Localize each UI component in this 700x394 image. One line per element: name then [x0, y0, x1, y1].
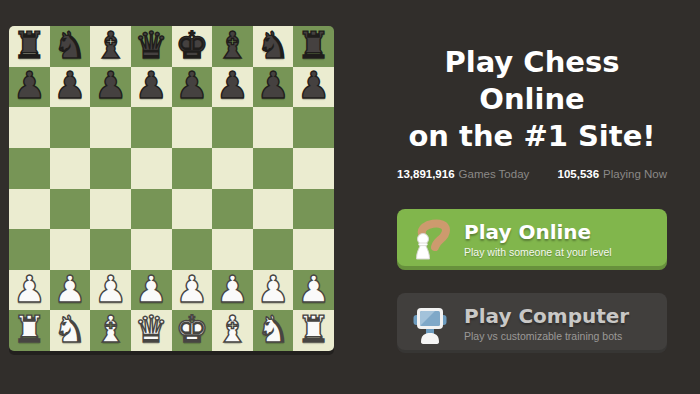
piece-black-king[interactable]: ♚ [175, 27, 208, 64]
play-computer-button[interactable]: Play Computer Play vs customizable train… [397, 293, 667, 353]
square-g1[interactable]: ♞ [253, 310, 294, 351]
square-f2[interactable]: ♟ [212, 270, 253, 311]
square-c6[interactable] [90, 107, 131, 148]
square-d6[interactable] [131, 107, 172, 148]
square-b6[interactable] [50, 107, 91, 148]
square-e6[interactable] [172, 107, 213, 148]
square-f5[interactable] [212, 148, 253, 189]
play-online-subtitle: Play with someone at your level [464, 246, 612, 258]
square-d5[interactable] [131, 148, 172, 189]
square-a6[interactable] [9, 107, 50, 148]
square-e5[interactable] [172, 148, 213, 189]
piece-white-bishop[interactable]: ♝ [94, 311, 127, 348]
piece-white-pawn[interactable]: ♟ [53, 271, 86, 308]
square-h5[interactable] [293, 148, 334, 189]
square-d8[interactable]: ♛ [131, 26, 172, 67]
square-b8[interactable]: ♞ [50, 26, 91, 67]
piece-white-pawn[interactable]: ♟ [297, 271, 330, 308]
piece-black-rook[interactable]: ♜ [13, 27, 46, 64]
piece-white-pawn[interactable]: ♟ [175, 271, 208, 308]
play-computer-title: Play Computer [464, 305, 629, 327]
piece-black-pawn[interactable]: ♟ [94, 67, 127, 104]
piece-white-knight[interactable]: ♞ [256, 311, 289, 348]
square-e8[interactable]: ♚ [172, 26, 213, 67]
challenge-pawn-icon [410, 218, 450, 262]
piece-black-bishop[interactable]: ♝ [216, 27, 249, 64]
title-line-2: Online [479, 82, 585, 116]
piece-white-knight[interactable]: ♞ [53, 311, 86, 348]
square-e7[interactable]: ♟ [172, 67, 213, 108]
games-today-label: Games Today [459, 168, 530, 180]
page-title: Play Chess Online on the #1 Site! [372, 44, 692, 155]
square-b3[interactable] [50, 229, 91, 270]
square-a8[interactable]: ♜ [9, 26, 50, 67]
square-f7[interactable]: ♟ [212, 67, 253, 108]
title-line-1: Play Chess [445, 45, 620, 79]
piece-white-queen[interactable]: ♛ [135, 311, 168, 348]
square-g2[interactable]: ♟ [253, 270, 294, 311]
games-today-stat: 13,891,916 Games Today [397, 168, 529, 180]
square-g4[interactable] [253, 189, 294, 230]
square-c8[interactable]: ♝ [90, 26, 131, 67]
chess-board[interactable]: ♜♞♝♛♚♝♞♜♟♟♟♟♟♟♟♟♟♟♟♟♟♟♟♟♜♞♝♛♚♝♞♜ [9, 26, 334, 351]
piece-white-pawn[interactable]: ♟ [256, 271, 289, 308]
piece-white-pawn[interactable]: ♟ [94, 271, 127, 308]
piece-black-pawn[interactable]: ♟ [216, 67, 249, 104]
square-c3[interactable] [90, 229, 131, 270]
square-g5[interactable] [253, 148, 294, 189]
square-h2[interactable]: ♟ [293, 270, 334, 311]
square-a5[interactable] [9, 148, 50, 189]
square-h3[interactable] [293, 229, 334, 270]
piece-black-bishop[interactable]: ♝ [94, 27, 127, 64]
square-h1[interactable]: ♜ [293, 310, 334, 351]
square-f8[interactable]: ♝ [212, 26, 253, 67]
square-f4[interactable] [212, 189, 253, 230]
piece-white-pawn[interactable]: ♟ [135, 271, 168, 308]
square-f1[interactable]: ♝ [212, 310, 253, 351]
square-b5[interactable] [50, 148, 91, 189]
playing-now-count: 105,536 [558, 168, 600, 180]
square-c4[interactable] [90, 189, 131, 230]
square-h7[interactable]: ♟ [293, 67, 334, 108]
piece-black-rook[interactable]: ♜ [297, 27, 330, 64]
square-c7[interactable]: ♟ [90, 67, 131, 108]
square-a1[interactable]: ♜ [9, 310, 50, 351]
square-f3[interactable] [212, 229, 253, 270]
piece-white-rook[interactable]: ♜ [297, 311, 330, 348]
square-e2[interactable]: ♟ [172, 270, 213, 311]
square-e1[interactable]: ♚ [172, 310, 213, 351]
square-h6[interactable] [293, 107, 334, 148]
stats-row: 13,891,916 Games Today 105,536 Playing N… [397, 168, 667, 180]
hero-panel: Play Chess Online on the #1 Site! 13,891… [397, 0, 667, 353]
square-g8[interactable]: ♞ [253, 26, 294, 67]
square-a7[interactable]: ♟ [9, 67, 50, 108]
piece-white-king[interactable]: ♚ [175, 311, 208, 348]
title-line-3: on the #1 Site! [408, 119, 655, 153]
square-e4[interactable] [172, 189, 213, 230]
square-a3[interactable] [9, 229, 50, 270]
piece-black-pawn[interactable]: ♟ [53, 67, 86, 104]
play-online-title: Play Online [464, 221, 612, 243]
square-a4[interactable] [9, 189, 50, 230]
square-a2[interactable]: ♟ [9, 270, 50, 311]
square-c1[interactable]: ♝ [90, 310, 131, 351]
piece-black-pawn[interactable]: ♟ [13, 67, 46, 104]
piece-black-pawn[interactable]: ♟ [175, 67, 208, 104]
piece-black-knight[interactable]: ♞ [256, 27, 289, 64]
square-h4[interactable] [293, 189, 334, 230]
square-g3[interactable] [253, 229, 294, 270]
play-computer-subtitle: Play vs customizable training bots [464, 330, 629, 342]
piece-black-pawn[interactable]: ♟ [135, 67, 168, 104]
square-d7[interactable]: ♟ [131, 67, 172, 108]
piece-white-rook[interactable]: ♜ [13, 311, 46, 348]
square-g6[interactable] [253, 107, 294, 148]
square-b2[interactable]: ♟ [50, 270, 91, 311]
square-d3[interactable] [131, 229, 172, 270]
piece-white-pawn[interactable]: ♟ [216, 271, 249, 308]
square-b4[interactable] [50, 189, 91, 230]
square-h8[interactable]: ♜ [293, 26, 334, 67]
piece-black-queen[interactable]: ♛ [135, 27, 168, 64]
piece-white-pawn[interactable]: ♟ [13, 271, 46, 308]
square-d1[interactable]: ♛ [131, 310, 172, 351]
square-b1[interactable]: ♞ [50, 310, 91, 351]
piece-white-bishop[interactable]: ♝ [216, 311, 249, 348]
square-f6[interactable] [212, 107, 253, 148]
playing-now-stat: 105,536 Playing Now [558, 168, 668, 180]
piece-black-pawn[interactable]: ♟ [297, 67, 330, 104]
games-today-count: 13,891,916 [397, 168, 455, 180]
playing-now-label: Playing Now [603, 168, 667, 180]
piece-black-pawn[interactable]: ♟ [256, 67, 289, 104]
square-c2[interactable]: ♟ [90, 270, 131, 311]
square-e3[interactable] [172, 229, 213, 270]
square-d4[interactable] [131, 189, 172, 230]
square-d2[interactable]: ♟ [131, 270, 172, 311]
computer-icon [410, 301, 450, 345]
square-c5[interactable] [90, 148, 131, 189]
piece-black-knight[interactable]: ♞ [53, 27, 86, 64]
square-g7[interactable]: ♟ [253, 67, 294, 108]
play-online-button[interactable]: Play Online Play with someone at your le… [397, 209, 667, 270]
square-b7[interactable]: ♟ [50, 67, 91, 108]
